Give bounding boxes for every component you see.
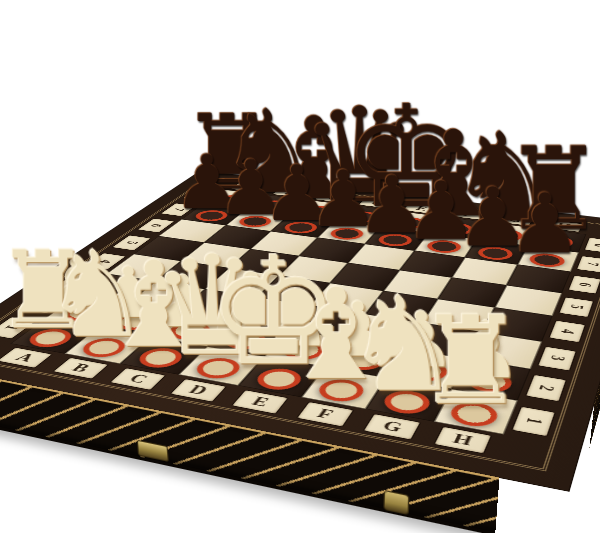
brass-hinge-icon: [137, 440, 169, 462]
brass-clasp-icon: [383, 490, 409, 515]
scene: AABBCCDDEEFFGGHH8877665544332211 ♜♞♝♛♚♝♞…: [0, 0, 600, 533]
white-rook-glyph: ♜: [416, 300, 525, 422]
chess-board: AABBCCDDEEFFGGHH8877665544332211 ♜♞♝♛♚♝♞…: [0, 171, 600, 491]
photo-backdrop: AABBCCDDEEFFGGHH8877665544332211 ♜♞♝♛♚♝♞…: [0, 0, 600, 533]
